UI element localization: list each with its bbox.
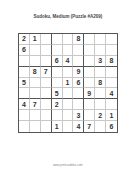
cell-r6c1 [19,88,30,99]
cell-r8c6: 3 [73,110,84,121]
cell-r9c5 [63,121,74,132]
cell-r6c3 [41,88,52,99]
cell-r1c6: 8 [73,34,84,45]
cell-r3c3 [41,56,52,67]
cell-r6c2 [30,88,41,99]
cell-r5c7 [84,78,95,89]
cell-r7c3 [41,99,52,110]
cell-r2c4 [52,45,63,56]
cell-r6c9: 4 [106,88,117,99]
cell-r4c5 [63,67,74,78]
cell-r1c9 [106,34,117,45]
cell-r1c2: 1 [30,34,41,45]
cell-r5c2 [30,78,41,89]
cell-r8c7 [84,110,95,121]
cell-r8c2 [30,110,41,121]
cell-r8c1 [19,110,30,121]
cell-r4c3: 7 [41,67,52,78]
cell-r9c1 [19,121,30,132]
cell-r7c5 [63,99,74,110]
cell-r9c8 [95,121,106,132]
cell-r4c8 [95,67,106,78]
cell-r3c1 [19,56,30,67]
cell-r5c4 [52,78,63,89]
cell-r6c4: 5 [52,88,63,99]
cell-r5c8: 8 [95,78,106,89]
cell-r5c1: 5 [19,78,30,89]
cell-r3c7 [84,56,95,67]
cell-r9c6: 4 [73,121,84,132]
cell-r9c3 [41,121,52,132]
footer: www.printsudoku.com [0,161,136,169]
footer-url-text: www.printsudoku.com [53,163,83,166]
page-title: Sudoku, Medium (Puzzle #A209) [0,11,136,21]
cell-r3c9: 8 [106,56,117,67]
cell-r7c8 [95,99,106,110]
cell-r8c3 [41,110,52,121]
cell-r5c5: 1 [63,78,74,89]
cell-r8c5 [63,110,74,121]
cell-r6c6 [73,88,84,99]
cell-r2c6 [73,45,84,56]
cell-r4c9 [106,67,117,78]
cell-r4c6: 9 [73,67,84,78]
cell-r4c1 [19,67,30,78]
cell-r1c1: 2 [19,34,30,45]
cell-r5c3 [41,78,52,89]
cell-r3c4: 6 [52,56,63,67]
cell-r9c4: 1 [52,121,63,132]
cell-r6c5 [63,88,74,99]
cell-r8c9: 1 [106,110,117,121]
cell-r1c8 [95,34,106,45]
cell-r7c2: 7 [30,99,41,110]
cell-r7c9 [106,99,117,110]
cell-r3c2 [30,56,41,67]
cell-r9c2 [30,121,41,132]
cell-r7c6 [73,99,84,110]
cell-r2c3 [41,45,52,56]
cell-r1c5 [63,34,74,45]
cell-r2c2 [30,45,41,56]
cell-r2c1: 6 [19,45,30,56]
cell-r5c6: 6 [73,78,84,89]
cell-r7c4: 2 [52,99,63,110]
cell-r7c1: 4 [19,99,30,110]
cell-r9c7: 7 [84,121,95,132]
cell-r3c8: 3 [95,56,106,67]
cell-r8c4 [52,110,63,121]
cell-r1c4 [52,34,63,45]
cell-r6c8 [95,88,106,99]
cell-r4c4 [52,67,63,78]
cell-r2c9 [106,45,117,56]
cell-r1c3 [41,34,52,45]
cell-r1c7 [84,34,95,45]
sudoku-board: 2186643887951685944723211476 [18,33,118,133]
cell-r4c7 [84,67,95,78]
cell-r5c9 [106,78,117,89]
cell-r2c5 [63,45,74,56]
cell-r4c2: 8 [30,67,41,78]
cell-r6c7: 9 [84,88,95,99]
cell-r3c6 [73,56,84,67]
page-title-text: Sudoku, Medium (Puzzle #A209) [34,14,103,19]
cell-r2c8 [95,45,106,56]
cell-r2c7 [84,45,95,56]
cell-r3c5: 4 [63,56,74,67]
cell-r9c9: 6 [106,121,117,132]
sudoku-page: Sudoku, Medium (Puzzle #A209) 2186643887… [0,0,136,176]
cell-r8c8: 2 [95,110,106,121]
cell-r7c7 [84,99,95,110]
